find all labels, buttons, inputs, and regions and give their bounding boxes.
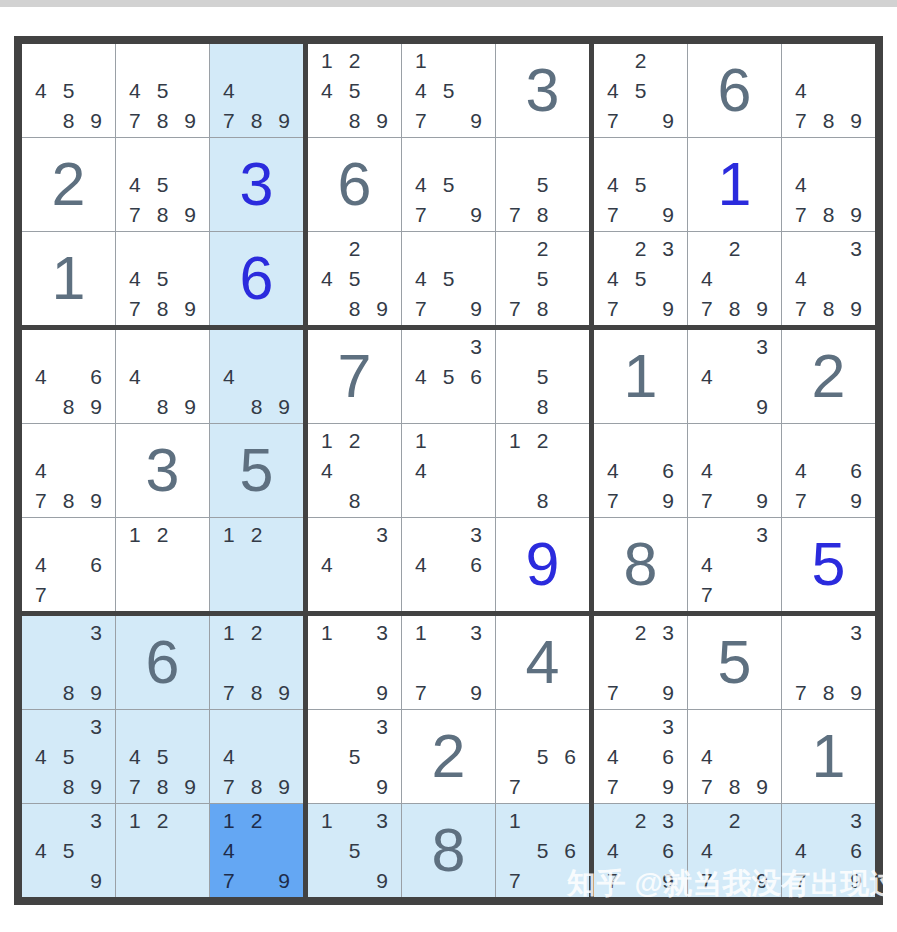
- cell-r1c4[interactable]: 124589: [308, 44, 401, 137]
- candidate-8: 8: [243, 391, 271, 421]
- cell-r7c1[interactable]: 389: [22, 616, 115, 709]
- candidate-7: 7: [599, 677, 627, 707]
- candidate-9: 9: [654, 293, 682, 323]
- cell-r6c7[interactable]: 8: [594, 518, 687, 611]
- cell-r4c1[interactable]: 4689: [22, 330, 115, 423]
- candidate-5: 5: [529, 836, 557, 866]
- cell-r1c1[interactable]: 4589: [22, 44, 115, 137]
- candidate-6: [82, 648, 110, 678]
- candidate-8: [243, 579, 271, 609]
- candidate-8: [55, 579, 83, 609]
- candidate-9: 9: [176, 391, 204, 421]
- candidate-3: [462, 46, 490, 76]
- candidate-6: [270, 76, 298, 106]
- candidate-1: [787, 234, 815, 264]
- candidate-9: 9: [270, 771, 298, 801]
- cell-r1c7[interactable]: 24579: [594, 44, 687, 137]
- given-value: 1: [22, 232, 115, 325]
- candidate-3: 3: [462, 332, 490, 362]
- cell-r1c2[interactable]: 45789: [116, 44, 209, 137]
- candidate-8: 8: [149, 771, 177, 801]
- pencil-marks: 578: [501, 140, 584, 229]
- candidate-5: [435, 456, 463, 486]
- candidate-9: 9: [462, 677, 490, 707]
- candidate-8: 8: [341, 293, 369, 323]
- cell-r3c3[interactable]: 6: [210, 232, 303, 325]
- candidate-5: [627, 456, 655, 486]
- candidate-4: 4: [27, 76, 55, 106]
- cell-r4c7[interactable]: 1: [594, 330, 687, 423]
- candidate-9: 9: [368, 865, 396, 895]
- candidate-3: [176, 140, 204, 170]
- candidate-6: [654, 76, 682, 106]
- cell-r5c6[interactable]: 128: [496, 424, 589, 517]
- candidate-7: [407, 391, 435, 421]
- cell-r8c7[interactable]: 34679: [594, 710, 687, 803]
- candidate-3: [82, 426, 110, 456]
- candidate-2: [815, 426, 843, 456]
- cell-r2c6[interactable]: 578: [496, 138, 589, 231]
- candidate-2: [55, 332, 83, 362]
- candidate-2: [149, 332, 177, 362]
- cell-r1c8[interactable]: 6: [688, 44, 781, 137]
- candidate-1: [27, 426, 55, 456]
- candidate-6: [748, 264, 776, 294]
- candidate-9: 9: [462, 293, 490, 323]
- candidate-1: [27, 332, 55, 362]
- candidate-4: [501, 742, 529, 772]
- candidate-1: [407, 234, 435, 264]
- candidate-3: [556, 712, 584, 742]
- candidate-2: [529, 806, 557, 836]
- cell-r5c8[interactable]: 479: [688, 424, 781, 517]
- candidate-4: 4: [121, 170, 149, 200]
- candidate-3: 3: [748, 520, 776, 550]
- cell-r8c4[interactable]: 359: [308, 710, 401, 803]
- candidate-9: 9: [462, 105, 490, 135]
- pencil-marks: 45789: [121, 46, 204, 135]
- cell-r2c4[interactable]: 6: [308, 138, 401, 231]
- cell-r6c1[interactable]: 467: [22, 518, 115, 611]
- candidate-6: [270, 836, 298, 866]
- candidate-6: [654, 264, 682, 294]
- candidate-1: 1: [407, 46, 435, 76]
- candidate-9: 9: [176, 105, 204, 135]
- candidate-6: [82, 742, 110, 772]
- pencil-marks: 34789: [787, 234, 870, 323]
- candidate-4: 4: [407, 170, 435, 200]
- cell-r1c3[interactable]: 4789: [210, 44, 303, 137]
- candidate-1: [693, 332, 721, 362]
- cell-r7c6[interactable]: 4: [496, 616, 589, 709]
- candidate-9: 9: [462, 199, 490, 229]
- cell-r8c9[interactable]: 1: [782, 710, 875, 803]
- cell-r1c9[interactable]: 4789: [782, 44, 875, 137]
- candidate-2: [627, 712, 655, 742]
- cell-r6c5[interactable]: 346: [402, 518, 495, 611]
- cell-r4c8[interactable]: 349: [688, 330, 781, 423]
- candidate-8: [627, 293, 655, 323]
- candidate-5: 5: [627, 170, 655, 200]
- candidate-1: [27, 46, 55, 76]
- candidate-3: [176, 46, 204, 76]
- pencil-marks: 347: [693, 520, 776, 609]
- user-value: 9: [496, 518, 589, 611]
- candidate-6: 6: [556, 742, 584, 772]
- candidate-5: [55, 362, 83, 392]
- candidate-2: 2: [341, 234, 369, 264]
- pencil-marks: 58: [501, 332, 584, 421]
- candidate-2: 2: [627, 234, 655, 264]
- candidate-5: 5: [149, 742, 177, 772]
- candidate-8: [435, 105, 463, 135]
- candidate-1: [27, 520, 55, 550]
- candidate-6: [748, 456, 776, 486]
- cell-r6c8[interactable]: 347: [688, 518, 781, 611]
- candidate-2: [815, 618, 843, 648]
- candidate-4: [501, 836, 529, 866]
- candidate-7: 7: [215, 677, 243, 707]
- candidate-8: 8: [529, 485, 557, 515]
- cell-r5c4[interactable]: 1248: [308, 424, 401, 517]
- candidate-8: [815, 485, 843, 515]
- candidate-2: [55, 520, 83, 550]
- candidate-5: [243, 76, 271, 106]
- pencil-marks: 3456: [407, 332, 490, 421]
- candidate-7: [121, 579, 149, 609]
- candidate-7: 7: [787, 677, 815, 707]
- candidate-2: [341, 712, 369, 742]
- candidate-9: 9: [82, 865, 110, 895]
- pencil-marks: 4579: [599, 140, 682, 229]
- candidate-2: 2: [529, 234, 557, 264]
- candidate-7: [313, 771, 341, 801]
- cell-r3c1[interactable]: 1: [22, 232, 115, 325]
- candidate-8: 8: [341, 105, 369, 135]
- cell-r2c7[interactable]: 4579: [594, 138, 687, 231]
- candidate-9: 9: [368, 677, 396, 707]
- cell-r1c6[interactable]: 3: [496, 44, 589, 137]
- candidate-6: [270, 648, 298, 678]
- candidate-6: [270, 362, 298, 392]
- candidate-6: [82, 836, 110, 866]
- candidate-3: [748, 806, 776, 836]
- candidate-2: [55, 426, 83, 456]
- candidate-5: 5: [529, 742, 557, 772]
- cell-r7c7[interactable]: 2379: [594, 616, 687, 709]
- candidate-1: [501, 332, 529, 362]
- cell-r6c4[interactable]: 34: [308, 518, 401, 611]
- cell-r4c9[interactable]: 2: [782, 330, 875, 423]
- candidate-7: 7: [407, 105, 435, 135]
- candidate-2: [55, 806, 83, 836]
- cell-r3c7[interactable]: 234579: [594, 232, 687, 325]
- candidate-1: 1: [215, 806, 243, 836]
- candidate-4: 4: [407, 362, 435, 392]
- cell-r4c2[interactable]: 489: [116, 330, 209, 423]
- pencil-marks: 4579: [407, 140, 490, 229]
- given-value: 5: [210, 424, 303, 517]
- cell-r2c8[interactable]: 1: [688, 138, 781, 231]
- candidate-7: [313, 579, 341, 609]
- candidate-2: [55, 712, 83, 742]
- candidate-6: [842, 76, 870, 106]
- candidate-2: 2: [243, 806, 271, 836]
- candidate-9: [368, 485, 396, 515]
- candidate-5: [243, 648, 271, 678]
- cell-r5c3[interactable]: 5: [210, 424, 303, 517]
- cell-r8c2[interactable]: 45789: [116, 710, 209, 803]
- candidate-6: [462, 456, 490, 486]
- cell-r9c2[interactable]: 12: [116, 804, 209, 897]
- candidate-1: [693, 520, 721, 550]
- candidate-8: 8: [721, 771, 749, 801]
- cell-r7c2[interactable]: 6: [116, 616, 209, 709]
- cell-r5c9[interactable]: 4679: [782, 424, 875, 517]
- candidate-3: 3: [82, 806, 110, 836]
- candidate-7: [313, 485, 341, 515]
- candidate-9: 9: [842, 677, 870, 707]
- candidate-4: 4: [27, 836, 55, 866]
- candidate-3: [176, 234, 204, 264]
- candidate-4: 4: [27, 742, 55, 772]
- pencil-marks: 24589: [313, 234, 396, 323]
- candidate-1: [407, 520, 435, 550]
- candidate-5: [149, 550, 177, 580]
- candidate-8: 8: [55, 485, 83, 515]
- candidate-3: 3: [654, 806, 682, 836]
- cell-r5c7[interactable]: 4679: [594, 424, 687, 517]
- candidate-4: 4: [693, 264, 721, 294]
- candidate-9: 9: [842, 105, 870, 135]
- candidate-7: [313, 293, 341, 323]
- candidate-9: 9: [82, 771, 110, 801]
- candidate-6: 6: [842, 836, 870, 866]
- candidate-6: [842, 264, 870, 294]
- cell-r3c2[interactable]: 45789: [116, 232, 209, 325]
- cell-r2c2[interactable]: 45789: [116, 138, 209, 231]
- candidate-4: [27, 648, 55, 678]
- cell-r7c9[interactable]: 3789: [782, 616, 875, 709]
- candidate-6: [82, 76, 110, 106]
- cell-r3c4[interactable]: 24589: [308, 232, 401, 325]
- candidate-2: [243, 712, 271, 742]
- cell-r7c8[interactable]: 5: [688, 616, 781, 709]
- cell-r2c3[interactable]: 3: [210, 138, 303, 231]
- candidate-2: [435, 426, 463, 456]
- candidate-5: [627, 742, 655, 772]
- candidate-9: 9: [748, 485, 776, 515]
- candidate-6: [556, 264, 584, 294]
- candidate-2: [341, 520, 369, 550]
- box-4: 46894894894789354671212: [22, 330, 303, 611]
- cell-r3c5[interactable]: 4579: [402, 232, 495, 325]
- candidate-6: [368, 742, 396, 772]
- pencil-marks: 346: [407, 520, 490, 609]
- candidate-5: [341, 550, 369, 580]
- pencil-marks: 4789: [27, 426, 110, 515]
- candidate-2: [529, 332, 557, 362]
- cell-r6c9[interactable]: 5: [782, 518, 875, 611]
- candidate-3: 3: [82, 618, 110, 648]
- cell-r2c5[interactable]: 4579: [402, 138, 495, 231]
- cell-r7c4[interactable]: 139: [308, 616, 401, 709]
- candidate-5: 5: [55, 742, 83, 772]
- cell-r9c4[interactable]: 1359: [308, 804, 401, 897]
- candidate-6: [368, 836, 396, 866]
- candidate-1: 1: [501, 426, 529, 456]
- candidate-7: 7: [215, 865, 243, 895]
- candidate-6: [176, 264, 204, 294]
- candidate-8: 8: [815, 677, 843, 707]
- candidate-2: [627, 426, 655, 456]
- candidate-7: 7: [27, 485, 55, 515]
- cell-r8c6[interactable]: 567: [496, 710, 589, 803]
- candidate-4: [215, 550, 243, 580]
- cell-r2c9[interactable]: 4789: [782, 138, 875, 231]
- candidate-7: 7: [599, 199, 627, 229]
- candidate-5: 5: [627, 76, 655, 106]
- candidate-1: [599, 618, 627, 648]
- candidate-1: [693, 234, 721, 264]
- candidate-3: [176, 332, 204, 362]
- candidate-5: [243, 742, 271, 772]
- candidate-6: [748, 550, 776, 580]
- candidate-2: [149, 140, 177, 170]
- candidate-6: [842, 648, 870, 678]
- cell-r8c5[interactable]: 2: [402, 710, 495, 803]
- candidate-7: 7: [693, 485, 721, 515]
- pencil-marks: 4789: [215, 46, 298, 135]
- cell-r8c1[interactable]: 34589: [22, 710, 115, 803]
- candidate-4: 4: [599, 836, 627, 866]
- pencil-marks: 12: [121, 806, 204, 895]
- cell-r9c5[interactable]: 8: [402, 804, 495, 897]
- candidate-7: 7: [121, 293, 149, 323]
- candidate-8: [341, 579, 369, 609]
- candidate-3: [462, 234, 490, 264]
- candidate-8: [55, 865, 83, 895]
- candidate-2: 2: [721, 234, 749, 264]
- candidate-3: [82, 520, 110, 550]
- candidate-6: 6: [82, 550, 110, 580]
- candidate-1: [121, 712, 149, 742]
- candidate-1: 1: [407, 426, 435, 456]
- cell-r3c9[interactable]: 34789: [782, 232, 875, 325]
- cell-r4c3[interactable]: 489: [210, 330, 303, 423]
- candidate-9: 9: [82, 391, 110, 421]
- candidate-1: 1: [501, 806, 529, 836]
- candidate-8: 8: [55, 677, 83, 707]
- cell-r3c8[interactable]: 24789: [688, 232, 781, 325]
- candidate-7: [407, 485, 435, 515]
- pencil-marks: 14: [407, 426, 490, 515]
- candidate-8: [435, 485, 463, 515]
- candidate-5: [149, 362, 177, 392]
- candidate-6: [176, 362, 204, 392]
- candidate-4: 4: [121, 76, 149, 106]
- cell-r4c5[interactable]: 3456: [402, 330, 495, 423]
- cell-r8c3[interactable]: 4789: [210, 710, 303, 803]
- candidate-4: 4: [407, 76, 435, 106]
- candidate-9: 9: [176, 199, 204, 229]
- candidate-1: 1: [121, 806, 149, 836]
- candidate-5: [243, 836, 271, 866]
- cell-r1c5[interactable]: 14579: [402, 44, 495, 137]
- candidate-4: [501, 456, 529, 486]
- candidate-2: [529, 140, 557, 170]
- cell-r8c8[interactable]: 4789: [688, 710, 781, 803]
- cell-r7c3[interactable]: 12789: [210, 616, 303, 709]
- candidate-5: [529, 456, 557, 486]
- candidate-8: [341, 677, 369, 707]
- cell-r4c6[interactable]: 58: [496, 330, 589, 423]
- candidate-4: 4: [27, 456, 55, 486]
- candidate-9: 9: [176, 771, 204, 801]
- candidate-6: [462, 170, 490, 200]
- candidate-3: 3: [368, 618, 396, 648]
- cell-r7c5[interactable]: 1379: [402, 616, 495, 709]
- candidate-9: 9: [368, 105, 396, 135]
- candidate-6: [748, 836, 776, 866]
- user-value: 3: [210, 138, 303, 231]
- candidate-3: 3: [842, 234, 870, 264]
- candidate-4: 4: [121, 264, 149, 294]
- cell-r5c1[interactable]: 4789: [22, 424, 115, 517]
- cell-r4c4[interactable]: 7: [308, 330, 401, 423]
- candidate-5: 5: [55, 836, 83, 866]
- pencil-marks: 139: [313, 618, 396, 707]
- candidate-3: 3: [82, 712, 110, 742]
- candidate-2: [721, 712, 749, 742]
- candidate-7: [27, 677, 55, 707]
- candidate-2: [721, 426, 749, 456]
- candidate-7: 7: [599, 485, 627, 515]
- candidate-4: [501, 264, 529, 294]
- candidate-3: [556, 234, 584, 264]
- candidate-3: [270, 520, 298, 550]
- candidate-1: 1: [313, 618, 341, 648]
- cell-r9c1[interactable]: 3459: [22, 804, 115, 897]
- candidate-3: [556, 426, 584, 456]
- candidate-8: [243, 865, 271, 895]
- cell-r3c6[interactable]: 2578: [496, 232, 589, 325]
- candidate-3: 3: [654, 712, 682, 742]
- candidate-3: 3: [748, 332, 776, 362]
- candidate-5: [815, 264, 843, 294]
- cell-r6c2[interactable]: 12: [116, 518, 209, 611]
- candidate-7: [313, 105, 341, 135]
- candidate-5: [627, 648, 655, 678]
- candidate-5: 5: [627, 264, 655, 294]
- pencil-marks: 3789: [787, 618, 870, 707]
- candidate-9: 9: [176, 293, 204, 323]
- candidate-2: 2: [243, 520, 271, 550]
- cell-r5c2[interactable]: 3: [116, 424, 209, 517]
- candidate-5: 5: [341, 742, 369, 772]
- pencil-marks: 4789: [787, 46, 870, 135]
- candidate-8: [529, 771, 557, 801]
- candidate-6: [176, 836, 204, 866]
- candidate-5: [55, 550, 83, 580]
- candidate-5: 5: [529, 170, 557, 200]
- cell-r5c5[interactable]: 14: [402, 424, 495, 517]
- candidate-2: [815, 46, 843, 76]
- cell-r6c3[interactable]: 12: [210, 518, 303, 611]
- cell-r6c6[interactable]: 9: [496, 518, 589, 611]
- cell-r9c3[interactable]: 12479: [210, 804, 303, 897]
- cell-r2c1[interactable]: 2: [22, 138, 115, 231]
